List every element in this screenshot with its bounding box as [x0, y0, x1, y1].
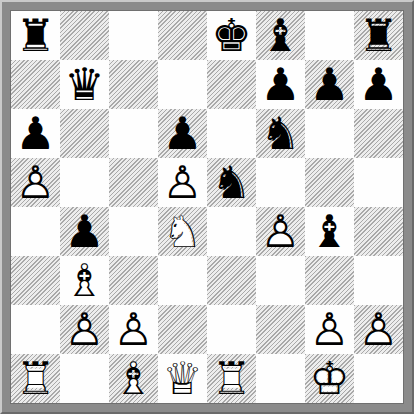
- white-pawn-piece: ♟♙: [60, 305, 109, 354]
- square-a7[interactable]: [11, 60, 60, 109]
- piece-glyph-outline: ♙: [60, 305, 109, 354]
- square-e5[interactable]: ♞: [207, 158, 256, 207]
- square-e6[interactable]: [207, 109, 256, 158]
- square-h6[interactable]: [354, 109, 403, 158]
- piece-glyph-fill: ♞: [207, 158, 256, 207]
- square-a1[interactable]: ♜♖: [11, 354, 60, 403]
- square-d6[interactable]: ♟: [158, 109, 207, 158]
- square-d8[interactable]: [158, 11, 207, 60]
- square-e1[interactable]: ♜♖: [207, 354, 256, 403]
- piece-glyph-outline: ♕: [158, 354, 207, 403]
- white-pawn-piece: ♟♙: [354, 305, 403, 354]
- square-b8[interactable]: [60, 11, 109, 60]
- piece-glyph-fill: ♚: [207, 11, 256, 60]
- black-knight-piece: ♞: [256, 109, 305, 158]
- square-f8[interactable]: ♝: [256, 11, 305, 60]
- square-h4[interactable]: [354, 207, 403, 256]
- white-pawn-piece: ♟♙: [158, 158, 207, 207]
- black-rook-piece: ♜: [354, 11, 403, 60]
- square-b2[interactable]: ♟♙: [60, 305, 109, 354]
- white-pawn-piece: ♟♙: [109, 305, 158, 354]
- square-c2[interactable]: ♟♙: [109, 305, 158, 354]
- black-pawn-piece: ♟: [256, 60, 305, 109]
- black-pawn-piece: ♟: [305, 60, 354, 109]
- piece-glyph-fill: ♟: [256, 60, 305, 109]
- square-g4[interactable]: ♝: [305, 207, 354, 256]
- square-b1[interactable]: [60, 354, 109, 403]
- chess-board: ♜♚♝♜♛♟♟♟♟♟♞♟♙♟♙♞♟♞♘♟♙♝♝♗♟♙♟♙♟♙♟♙♜♖♝♗♛♕♜♖…: [11, 11, 403, 403]
- piece-glyph-fill: ♜: [11, 11, 60, 60]
- square-e2[interactable]: [207, 305, 256, 354]
- white-bishop-piece: ♝♗: [60, 256, 109, 305]
- square-a6[interactable]: ♟: [11, 109, 60, 158]
- piece-glyph-outline: ♔: [305, 354, 354, 403]
- piece-glyph-fill: ♝: [256, 11, 305, 60]
- piece-glyph-outline: ♙: [109, 305, 158, 354]
- black-bishop-piece: ♝: [256, 11, 305, 60]
- square-a5[interactable]: ♟♙: [11, 158, 60, 207]
- piece-glyph-outline: ♙: [256, 207, 305, 256]
- black-rook-piece: ♜: [11, 11, 60, 60]
- white-king-piece: ♚♔: [305, 354, 354, 403]
- piece-glyph-outline: ♙: [305, 305, 354, 354]
- square-h5[interactable]: [354, 158, 403, 207]
- square-f6[interactable]: ♞: [256, 109, 305, 158]
- square-a2[interactable]: [11, 305, 60, 354]
- square-d3[interactable]: [158, 256, 207, 305]
- square-b4[interactable]: ♟: [60, 207, 109, 256]
- square-a8[interactable]: ♜: [11, 11, 60, 60]
- piece-glyph-fill: ♟: [305, 60, 354, 109]
- square-g3[interactable]: [305, 256, 354, 305]
- square-b5[interactable]: [60, 158, 109, 207]
- square-e8[interactable]: ♚: [207, 11, 256, 60]
- square-h7[interactable]: ♟: [354, 60, 403, 109]
- square-f3[interactable]: [256, 256, 305, 305]
- square-g1[interactable]: ♚♔: [305, 354, 354, 403]
- square-f5[interactable]: [256, 158, 305, 207]
- black-pawn-piece: ♟: [60, 207, 109, 256]
- square-e4[interactable]: [207, 207, 256, 256]
- square-c6[interactable]: [109, 109, 158, 158]
- square-a3[interactable]: [11, 256, 60, 305]
- board-border: ♜♚♝♜♛♟♟♟♟♟♞♟♙♟♙♞♟♞♘♟♙♝♝♗♟♙♟♙♟♙♟♙♜♖♝♗♛♕♜♖…: [10, 10, 404, 404]
- square-h8[interactable]: ♜: [354, 11, 403, 60]
- square-f1[interactable]: [256, 354, 305, 403]
- square-c8[interactable]: [109, 11, 158, 60]
- board-frame: ♜♚♝♜♛♟♟♟♟♟♞♟♙♟♙♞♟♞♘♟♙♝♝♗♟♙♟♙♟♙♟♙♜♖♝♗♛♕♜♖…: [0, 0, 414, 414]
- black-knight-piece: ♞: [207, 158, 256, 207]
- black-bishop-piece: ♝: [305, 207, 354, 256]
- square-c7[interactable]: [109, 60, 158, 109]
- black-pawn-piece: ♟: [11, 109, 60, 158]
- white-knight-piece: ♞♘: [158, 207, 207, 256]
- square-d4[interactable]: ♞♘: [158, 207, 207, 256]
- white-pawn-piece: ♟♙: [11, 158, 60, 207]
- piece-glyph-fill: ♛: [60, 60, 109, 109]
- square-g7[interactable]: ♟: [305, 60, 354, 109]
- square-g8[interactable]: [305, 11, 354, 60]
- square-e7[interactable]: [207, 60, 256, 109]
- square-g6[interactable]: [305, 109, 354, 158]
- square-h3[interactable]: [354, 256, 403, 305]
- square-b7[interactable]: ♛: [60, 60, 109, 109]
- white-rook-piece: ♜♖: [207, 354, 256, 403]
- white-rook-piece: ♜♖: [11, 354, 60, 403]
- piece-glyph-fill: ♟: [60, 207, 109, 256]
- square-c4[interactable]: [109, 207, 158, 256]
- black-queen-piece: ♛: [60, 60, 109, 109]
- square-d2[interactable]: [158, 305, 207, 354]
- white-pawn-piece: ♟♙: [256, 207, 305, 256]
- square-h1[interactable]: [354, 354, 403, 403]
- piece-glyph-outline: ♗: [109, 354, 158, 403]
- square-a4[interactable]: [11, 207, 60, 256]
- black-pawn-piece: ♟: [354, 60, 403, 109]
- square-b3[interactable]: ♝♗: [60, 256, 109, 305]
- piece-glyph-outline: ♙: [354, 305, 403, 354]
- piece-glyph-outline: ♙: [158, 158, 207, 207]
- white-pawn-piece: ♟♙: [305, 305, 354, 354]
- piece-glyph-fill: ♜: [354, 11, 403, 60]
- black-king-piece: ♚: [207, 11, 256, 60]
- square-c1[interactable]: ♝♗: [109, 354, 158, 403]
- square-c5[interactable]: [109, 158, 158, 207]
- square-f7[interactable]: ♟: [256, 60, 305, 109]
- square-c3[interactable]: [109, 256, 158, 305]
- piece-glyph-fill: ♟: [11, 109, 60, 158]
- square-b6[interactable]: [60, 109, 109, 158]
- square-d7[interactable]: [158, 60, 207, 109]
- piece-glyph-outline: ♙: [11, 158, 60, 207]
- square-d1[interactable]: ♛♕: [158, 354, 207, 403]
- square-h2[interactable]: ♟♙: [354, 305, 403, 354]
- square-g5[interactable]: [305, 158, 354, 207]
- piece-glyph-outline: ♘: [158, 207, 207, 256]
- square-g2[interactable]: ♟♙: [305, 305, 354, 354]
- piece-glyph-outline: ♖: [207, 354, 256, 403]
- white-queen-piece: ♛♕: [158, 354, 207, 403]
- square-d5[interactable]: ♟♙: [158, 158, 207, 207]
- piece-glyph-fill: ♞: [256, 109, 305, 158]
- piece-glyph-fill: ♝: [305, 207, 354, 256]
- piece-glyph-fill: ♟: [158, 109, 207, 158]
- square-f4[interactable]: ♟♙: [256, 207, 305, 256]
- piece-glyph-fill: ♟: [354, 60, 403, 109]
- piece-glyph-outline: ♖: [11, 354, 60, 403]
- white-bishop-piece: ♝♗: [109, 354, 158, 403]
- square-f2[interactable]: [256, 305, 305, 354]
- square-e3[interactable]: [207, 256, 256, 305]
- black-pawn-piece: ♟: [158, 109, 207, 158]
- piece-glyph-outline: ♗: [60, 256, 109, 305]
